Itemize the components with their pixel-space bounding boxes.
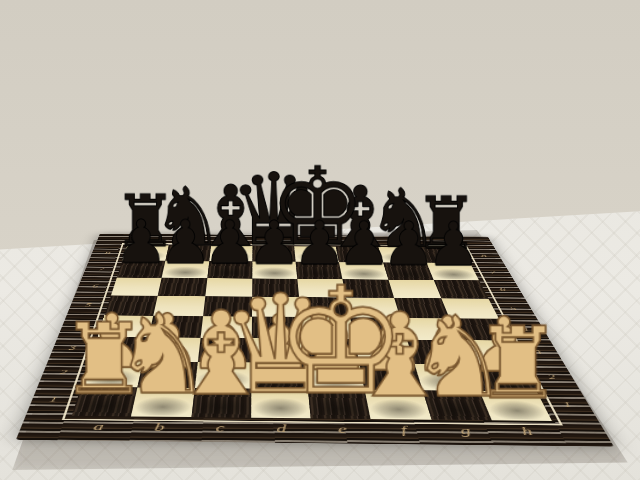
file-label-c: c [189,422,251,438]
piece-white-knight-g1[interactable]: ♞ [409,303,509,414]
perspective-scene: ♜♞♝♛♚♝♞♜♟♟♟♟♟♟♟♟♟♟♟♟♟♟♟♟♜♞♝♛♚♝♞♜ abcdefg… [0,0,640,480]
file-label-a: a [65,421,130,437]
square-b7[interactable]: ♟ [162,261,209,278]
square-e1[interactable]: ♚ [308,389,371,419]
file-label-e: e [311,423,375,439]
piece-white-king-e1[interactable]: ♚ [274,268,406,416]
board-grid: ♜♞♝♛♚♝♞♜♟♟♟♟♟♟♟♟♟♟♟♟♟♟♟♟♜♞♝♛♚♝♞♜ [72,245,552,421]
chess-board: ♜♞♝♛♚♝♞♜♟♟♟♟♟♟♟♟♟♟♟♟♟♟♟♟♜♞♝♛♚♝♞♜ abcdefg… [16,234,614,447]
file-label-b: b [127,421,191,437]
file-label-d: d [251,423,313,439]
file-label-h: h [494,425,563,442]
file-label-f: f [372,424,438,440]
photo-scene: ♜♞♝♛♚♝♞♜♟♟♟♟♟♟♟♟♟♟♟♟♟♟♟♟♜♞♝♛♚♝♞♜ abcdefg… [0,0,640,480]
piece-black-pawn-h7[interactable]: ♟ [427,215,481,275]
square-g1[interactable]: ♞ [422,390,491,420]
square-h7[interactable]: ♟ [426,263,479,280]
file-label-g: g [433,425,500,441]
